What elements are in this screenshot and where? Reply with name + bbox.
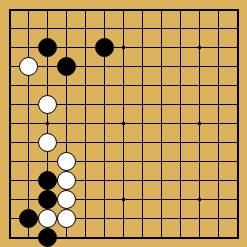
- stone-black-c3[interactable]: [38, 190, 57, 209]
- grid-line-vertical: [142, 10, 143, 238]
- star-point: [198, 198, 201, 201]
- stone-black-c11[interactable]: [38, 38, 57, 57]
- star-point: [198, 46, 201, 49]
- grid-line-vertical: [161, 10, 162, 238]
- star-point: [122, 198, 125, 201]
- star-point: [122, 46, 125, 49]
- stone-white-d5[interactable]: [57, 152, 76, 171]
- grid-line-vertical: [218, 10, 219, 238]
- stone-black-d10[interactable]: [57, 57, 76, 76]
- stone-white-c8[interactable]: [38, 95, 57, 114]
- star-point: [198, 122, 201, 125]
- stone-white-d3[interactable]: [57, 190, 76, 209]
- stone-white-b10[interactable]: [19, 57, 38, 76]
- stone-black-b2[interactable]: [19, 209, 38, 228]
- stone-black-c1[interactable]: [38, 228, 57, 247]
- stone-black-f11[interactable]: [95, 38, 114, 57]
- star-point: [46, 122, 49, 125]
- stone-white-c2[interactable]: [38, 209, 57, 228]
- grid-line-horizontal: [10, 161, 238, 162]
- star-point: [122, 122, 125, 125]
- stone-black-c4[interactable]: [38, 171, 57, 190]
- stone-white-d2[interactable]: [57, 209, 76, 228]
- grid-line-vertical: [180, 10, 181, 238]
- stone-white-d4[interactable]: [57, 171, 76, 190]
- stone-white-c6[interactable]: [38, 133, 57, 152]
- go-board[interactable]: [0, 0, 247, 247]
